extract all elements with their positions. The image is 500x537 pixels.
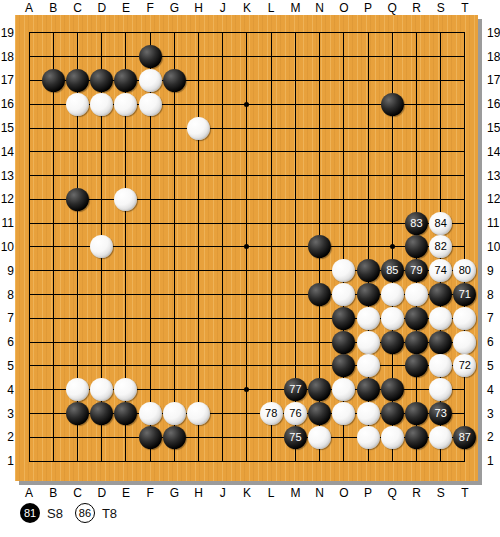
intersection-S15[interactable] <box>429 116 453 140</box>
intersection-C14[interactable] <box>65 140 89 164</box>
intersection-A8[interactable] <box>17 283 41 307</box>
intersection-C3[interactable] <box>65 402 89 426</box>
intersection-M17[interactable] <box>283 69 307 93</box>
intersection-B9[interactable] <box>41 259 65 283</box>
intersection-E15[interactable] <box>114 116 138 140</box>
intersection-N4[interactable] <box>308 378 332 402</box>
intersection-R5[interactable] <box>404 354 428 378</box>
intersection-M7[interactable] <box>283 306 307 330</box>
intersection-F14[interactable] <box>138 140 162 164</box>
intersection-H5[interactable] <box>186 354 210 378</box>
intersection-P5[interactable] <box>356 354 380 378</box>
intersection-D3[interactable] <box>90 402 114 426</box>
intersection-Q14[interactable] <box>380 140 404 164</box>
intersection-B5[interactable] <box>41 354 65 378</box>
intersection-T14[interactable] <box>453 140 477 164</box>
intersection-M19[interactable] <box>283 21 307 45</box>
intersection-L10[interactable] <box>259 235 283 259</box>
intersection-A18[interactable] <box>17 45 41 69</box>
intersection-F8[interactable] <box>138 283 162 307</box>
intersection-J6[interactable] <box>211 330 235 354</box>
intersection-D17[interactable] <box>90 69 114 93</box>
intersection-R7[interactable] <box>404 306 428 330</box>
intersection-Q11[interactable] <box>380 211 404 235</box>
intersection-Q16[interactable] <box>380 92 404 116</box>
intersection-D11[interactable] <box>90 211 114 235</box>
intersection-C19[interactable] <box>65 21 89 45</box>
intersection-S19[interactable] <box>429 21 453 45</box>
intersection-M10[interactable] <box>283 235 307 259</box>
intersection-R1[interactable] <box>404 449 428 473</box>
intersection-G11[interactable] <box>162 211 186 235</box>
intersection-G10[interactable] <box>162 235 186 259</box>
intersection-F9[interactable] <box>138 259 162 283</box>
intersection-L19[interactable] <box>259 21 283 45</box>
intersection-D15[interactable] <box>90 116 114 140</box>
intersection-J2[interactable] <box>211 425 235 449</box>
intersection-T11[interactable] <box>453 211 477 235</box>
intersection-D12[interactable] <box>90 188 114 212</box>
intersection-R16[interactable] <box>404 92 428 116</box>
intersection-N5[interactable] <box>308 354 332 378</box>
intersection-G3[interactable] <box>162 402 186 426</box>
intersection-C4[interactable] <box>65 378 89 402</box>
intersection-B3[interactable] <box>41 402 65 426</box>
intersection-K2[interactable] <box>235 425 259 449</box>
intersection-R8[interactable] <box>404 283 428 307</box>
intersection-F1[interactable] <box>138 449 162 473</box>
intersection-G13[interactable] <box>162 164 186 188</box>
intersection-K14[interactable] <box>235 140 259 164</box>
intersection-D10[interactable] <box>90 235 114 259</box>
intersection-O12[interactable] <box>332 188 356 212</box>
intersection-P11[interactable] <box>356 211 380 235</box>
intersection-Q6[interactable] <box>380 330 404 354</box>
intersection-R14[interactable] <box>404 140 428 164</box>
intersection-P7[interactable] <box>356 306 380 330</box>
intersection-N15[interactable] <box>308 116 332 140</box>
intersection-J1[interactable] <box>211 449 235 473</box>
intersection-L16[interactable] <box>259 92 283 116</box>
intersection-E18[interactable] <box>114 45 138 69</box>
intersection-H19[interactable] <box>186 21 210 45</box>
intersection-A14[interactable] <box>17 140 41 164</box>
intersection-T16[interactable] <box>453 92 477 116</box>
intersection-R12[interactable] <box>404 188 428 212</box>
intersection-G2[interactable] <box>162 425 186 449</box>
intersection-S11[interactable]: 84 <box>429 211 453 235</box>
intersection-L7[interactable] <box>259 306 283 330</box>
intersection-C7[interactable] <box>65 306 89 330</box>
intersection-M12[interactable] <box>283 188 307 212</box>
intersection-F19[interactable] <box>138 21 162 45</box>
intersection-R6[interactable] <box>404 330 428 354</box>
intersection-C6[interactable] <box>65 330 89 354</box>
intersection-P1[interactable] <box>356 449 380 473</box>
intersection-N14[interactable] <box>308 140 332 164</box>
intersection-N16[interactable] <box>308 92 332 116</box>
intersection-K15[interactable] <box>235 116 259 140</box>
intersection-T1[interactable] <box>453 449 477 473</box>
intersection-Q12[interactable] <box>380 188 404 212</box>
intersection-D7[interactable] <box>90 306 114 330</box>
intersection-S14[interactable] <box>429 140 453 164</box>
intersection-R10[interactable] <box>404 235 428 259</box>
intersection-J15[interactable] <box>211 116 235 140</box>
intersection-J8[interactable] <box>211 283 235 307</box>
intersection-P9[interactable] <box>356 259 380 283</box>
intersection-T4[interactable] <box>453 378 477 402</box>
intersection-C9[interactable] <box>65 259 89 283</box>
intersection-P17[interactable] <box>356 69 380 93</box>
intersection-M16[interactable] <box>283 92 307 116</box>
intersection-C2[interactable] <box>65 425 89 449</box>
intersection-H18[interactable] <box>186 45 210 69</box>
intersection-N10[interactable] <box>308 235 332 259</box>
intersection-O18[interactable] <box>332 45 356 69</box>
intersection-J12[interactable] <box>211 188 235 212</box>
intersection-G5[interactable] <box>162 354 186 378</box>
intersection-H15[interactable] <box>186 116 210 140</box>
intersection-P10[interactable] <box>356 235 380 259</box>
intersection-J19[interactable] <box>211 21 235 45</box>
intersection-B8[interactable] <box>41 283 65 307</box>
intersection-G6[interactable] <box>162 330 186 354</box>
intersection-B14[interactable] <box>41 140 65 164</box>
intersection-A19[interactable] <box>17 21 41 45</box>
intersection-L17[interactable] <box>259 69 283 93</box>
intersection-S16[interactable] <box>429 92 453 116</box>
intersection-G9[interactable] <box>162 259 186 283</box>
intersection-A4[interactable] <box>17 378 41 402</box>
intersection-N3[interactable] <box>308 402 332 426</box>
intersection-J13[interactable] <box>211 164 235 188</box>
intersection-B16[interactable] <box>41 92 65 116</box>
intersection-G15[interactable] <box>162 116 186 140</box>
intersection-K4[interactable] <box>235 378 259 402</box>
intersection-N12[interactable] <box>308 188 332 212</box>
intersection-N18[interactable] <box>308 45 332 69</box>
intersection-O17[interactable] <box>332 69 356 93</box>
intersection-H14[interactable] <box>186 140 210 164</box>
intersection-S7[interactable] <box>429 306 453 330</box>
intersection-T8[interactable]: 71 <box>453 283 477 307</box>
intersection-T12[interactable] <box>453 188 477 212</box>
intersection-O1[interactable] <box>332 449 356 473</box>
intersection-Q9[interactable]: 85 <box>380 259 404 283</box>
intersection-Q4[interactable] <box>380 378 404 402</box>
intersection-B7[interactable] <box>41 306 65 330</box>
intersection-G19[interactable] <box>162 21 186 45</box>
intersection-O4[interactable] <box>332 378 356 402</box>
intersection-E2[interactable] <box>114 425 138 449</box>
intersection-P8[interactable] <box>356 283 380 307</box>
intersection-E6[interactable] <box>114 330 138 354</box>
intersection-B1[interactable] <box>41 449 65 473</box>
intersection-L6[interactable] <box>259 330 283 354</box>
intersection-S1[interactable] <box>429 449 453 473</box>
intersection-E8[interactable] <box>114 283 138 307</box>
intersection-F12[interactable] <box>138 188 162 212</box>
intersection-C12[interactable] <box>65 188 89 212</box>
intersection-G14[interactable] <box>162 140 186 164</box>
intersection-L18[interactable] <box>259 45 283 69</box>
intersection-T6[interactable] <box>453 330 477 354</box>
intersection-R2[interactable] <box>404 425 428 449</box>
intersection-G18[interactable] <box>162 45 186 69</box>
intersection-B6[interactable] <box>41 330 65 354</box>
intersection-G16[interactable] <box>162 92 186 116</box>
intersection-C11[interactable] <box>65 211 89 235</box>
intersection-D2[interactable] <box>90 425 114 449</box>
intersection-B15[interactable] <box>41 116 65 140</box>
intersection-M4[interactable]: 77 <box>283 378 307 402</box>
intersection-B18[interactable] <box>41 45 65 69</box>
intersection-T15[interactable] <box>453 116 477 140</box>
intersection-N9[interactable] <box>308 259 332 283</box>
intersection-D18[interactable] <box>90 45 114 69</box>
intersection-B19[interactable] <box>41 21 65 45</box>
intersection-C10[interactable] <box>65 235 89 259</box>
intersection-K17[interactable] <box>235 69 259 93</box>
intersection-P13[interactable] <box>356 164 380 188</box>
intersection-B2[interactable] <box>41 425 65 449</box>
intersection-N13[interactable] <box>308 164 332 188</box>
intersection-O15[interactable] <box>332 116 356 140</box>
intersection-D5[interactable] <box>90 354 114 378</box>
intersection-E14[interactable] <box>114 140 138 164</box>
intersection-S5[interactable] <box>429 354 453 378</box>
intersection-T9[interactable]: 80 <box>453 259 477 283</box>
intersection-T7[interactable] <box>453 306 477 330</box>
intersection-O11[interactable] <box>332 211 356 235</box>
intersection-T18[interactable] <box>453 45 477 69</box>
intersection-J17[interactable] <box>211 69 235 93</box>
intersection-G7[interactable] <box>162 306 186 330</box>
intersection-A16[interactable] <box>17 92 41 116</box>
intersection-F15[interactable] <box>138 116 162 140</box>
intersection-E13[interactable] <box>114 164 138 188</box>
intersection-E3[interactable] <box>114 402 138 426</box>
intersection-P14[interactable] <box>356 140 380 164</box>
intersection-C1[interactable] <box>65 449 89 473</box>
intersection-A17[interactable] <box>17 69 41 93</box>
intersection-L2[interactable] <box>259 425 283 449</box>
intersection-P4[interactable] <box>356 378 380 402</box>
intersection-E7[interactable] <box>114 306 138 330</box>
intersection-M1[interactable] <box>283 449 307 473</box>
intersection-G17[interactable] <box>162 69 186 93</box>
intersection-P12[interactable] <box>356 188 380 212</box>
intersection-S2[interactable] <box>429 425 453 449</box>
intersection-T2[interactable]: 87 <box>453 425 477 449</box>
intersection-J14[interactable] <box>211 140 235 164</box>
intersection-E19[interactable] <box>114 21 138 45</box>
intersection-T19[interactable] <box>453 21 477 45</box>
intersection-F4[interactable] <box>138 378 162 402</box>
intersection-J7[interactable] <box>211 306 235 330</box>
intersection-F13[interactable] <box>138 164 162 188</box>
intersection-L14[interactable] <box>259 140 283 164</box>
intersection-C5[interactable] <box>65 354 89 378</box>
intersection-K10[interactable] <box>235 235 259 259</box>
intersection-O2[interactable] <box>332 425 356 449</box>
intersection-Q13[interactable] <box>380 164 404 188</box>
intersection-H10[interactable] <box>186 235 210 259</box>
intersection-T10[interactable] <box>453 235 477 259</box>
intersection-K19[interactable] <box>235 21 259 45</box>
intersection-O6[interactable] <box>332 330 356 354</box>
intersection-L8[interactable] <box>259 283 283 307</box>
intersection-T17[interactable] <box>453 69 477 93</box>
intersection-F7[interactable] <box>138 306 162 330</box>
intersection-T13[interactable] <box>453 164 477 188</box>
intersection-M15[interactable] <box>283 116 307 140</box>
intersection-P19[interactable] <box>356 21 380 45</box>
intersection-T3[interactable] <box>453 402 477 426</box>
intersection-P3[interactable] <box>356 402 380 426</box>
intersection-N1[interactable] <box>308 449 332 473</box>
intersection-S18[interactable] <box>429 45 453 69</box>
intersection-K11[interactable] <box>235 211 259 235</box>
intersection-T5[interactable]: 72 <box>453 354 477 378</box>
intersection-F16[interactable] <box>138 92 162 116</box>
intersection-D14[interactable] <box>90 140 114 164</box>
intersection-M9[interactable] <box>283 259 307 283</box>
intersection-E12[interactable] <box>114 188 138 212</box>
intersection-S6[interactable] <box>429 330 453 354</box>
intersection-D19[interactable] <box>90 21 114 45</box>
intersection-H16[interactable] <box>186 92 210 116</box>
intersection-B11[interactable] <box>41 211 65 235</box>
intersection-H11[interactable] <box>186 211 210 235</box>
intersection-F11[interactable] <box>138 211 162 235</box>
intersection-K6[interactable] <box>235 330 259 354</box>
intersection-L12[interactable] <box>259 188 283 212</box>
intersection-A2[interactable] <box>17 425 41 449</box>
intersection-Q15[interactable] <box>380 116 404 140</box>
intersection-G1[interactable] <box>162 449 186 473</box>
intersection-G8[interactable] <box>162 283 186 307</box>
intersection-J18[interactable] <box>211 45 235 69</box>
intersection-B13[interactable] <box>41 164 65 188</box>
intersection-O3[interactable] <box>332 402 356 426</box>
intersection-O10[interactable] <box>332 235 356 259</box>
intersection-N2[interactable] <box>308 425 332 449</box>
intersection-C18[interactable] <box>65 45 89 69</box>
intersection-R13[interactable] <box>404 164 428 188</box>
intersection-D9[interactable] <box>90 259 114 283</box>
intersection-O7[interactable] <box>332 306 356 330</box>
intersection-J9[interactable] <box>211 259 235 283</box>
intersection-R18[interactable] <box>404 45 428 69</box>
intersection-E9[interactable] <box>114 259 138 283</box>
intersection-D13[interactable] <box>90 164 114 188</box>
intersection-M13[interactable] <box>283 164 307 188</box>
intersection-F2[interactable] <box>138 425 162 449</box>
intersection-H9[interactable] <box>186 259 210 283</box>
intersection-G4[interactable] <box>162 378 186 402</box>
intersection-L3[interactable]: 78 <box>259 402 283 426</box>
intersection-H17[interactable] <box>186 69 210 93</box>
intersection-Q7[interactable] <box>380 306 404 330</box>
intersection-E10[interactable] <box>114 235 138 259</box>
intersection-D4[interactable] <box>90 378 114 402</box>
intersection-D1[interactable] <box>90 449 114 473</box>
intersection-K8[interactable] <box>235 283 259 307</box>
intersection-K7[interactable] <box>235 306 259 330</box>
intersection-R17[interactable] <box>404 69 428 93</box>
intersection-S10[interactable]: 82 <box>429 235 453 259</box>
intersection-F3[interactable] <box>138 402 162 426</box>
intersection-K16[interactable] <box>235 92 259 116</box>
intersection-E17[interactable] <box>114 69 138 93</box>
intersection-Q8[interactable] <box>380 283 404 307</box>
intersection-O13[interactable] <box>332 164 356 188</box>
intersection-O5[interactable] <box>332 354 356 378</box>
intersection-Q3[interactable] <box>380 402 404 426</box>
intersection-C16[interactable] <box>65 92 89 116</box>
intersection-O19[interactable] <box>332 21 356 45</box>
intersection-M8[interactable] <box>283 283 307 307</box>
intersection-H12[interactable] <box>186 188 210 212</box>
intersection-A3[interactable] <box>17 402 41 426</box>
intersection-N17[interactable] <box>308 69 332 93</box>
intersection-M11[interactable] <box>283 211 307 235</box>
intersection-F6[interactable] <box>138 330 162 354</box>
intersection-Q5[interactable] <box>380 354 404 378</box>
intersection-J16[interactable] <box>211 92 235 116</box>
intersection-M14[interactable] <box>283 140 307 164</box>
intersection-Q17[interactable] <box>380 69 404 93</box>
intersection-Q10[interactable] <box>380 235 404 259</box>
intersection-Q2[interactable] <box>380 425 404 449</box>
intersection-L4[interactable] <box>259 378 283 402</box>
intersection-E11[interactable] <box>114 211 138 235</box>
intersection-R4[interactable] <box>404 378 428 402</box>
intersection-A11[interactable] <box>17 211 41 235</box>
intersection-M3[interactable]: 76 <box>283 402 307 426</box>
intersection-S17[interactable] <box>429 69 453 93</box>
intersection-J3[interactable] <box>211 402 235 426</box>
intersection-R11[interactable]: 83 <box>404 211 428 235</box>
intersection-E5[interactable] <box>114 354 138 378</box>
intersection-K13[interactable] <box>235 164 259 188</box>
intersection-K5[interactable] <box>235 354 259 378</box>
intersection-J4[interactable] <box>211 378 235 402</box>
intersection-B17[interactable] <box>41 69 65 93</box>
intersection-K3[interactable] <box>235 402 259 426</box>
intersection-C13[interactable] <box>65 164 89 188</box>
intersection-F5[interactable] <box>138 354 162 378</box>
intersection-H13[interactable] <box>186 164 210 188</box>
intersection-A9[interactable] <box>17 259 41 283</box>
intersection-J5[interactable] <box>211 354 235 378</box>
intersection-O9[interactable] <box>332 259 356 283</box>
intersection-Q18[interactable] <box>380 45 404 69</box>
intersection-L5[interactable] <box>259 354 283 378</box>
intersection-S8[interactable] <box>429 283 453 307</box>
intersection-O14[interactable] <box>332 140 356 164</box>
intersection-P6[interactable] <box>356 330 380 354</box>
intersection-P15[interactable] <box>356 116 380 140</box>
intersection-S12[interactable] <box>429 188 453 212</box>
intersection-R19[interactable] <box>404 21 428 45</box>
intersection-N19[interactable] <box>308 21 332 45</box>
intersection-F17[interactable] <box>138 69 162 93</box>
intersection-Q19[interactable] <box>380 21 404 45</box>
intersection-L11[interactable] <box>259 211 283 235</box>
